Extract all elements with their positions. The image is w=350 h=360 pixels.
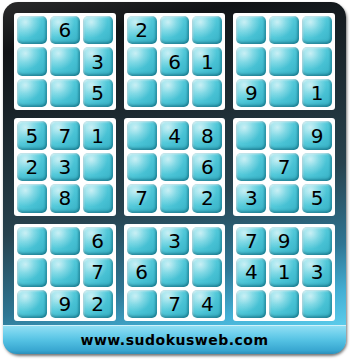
cell-r7c9[interactable]: [302, 227, 332, 255]
cell-r3c7[interactable]: 9: [236, 79, 266, 107]
cell-r5c6[interactable]: 6: [192, 153, 222, 181]
cell-r5c8[interactable]: 7: [269, 153, 299, 181]
cell-r9c8[interactable]: [269, 290, 299, 318]
cell-r3c6[interactable]: [192, 79, 222, 107]
cell-r5c3[interactable]: [83, 153, 113, 181]
cell-r2c6[interactable]: 1: [192, 47, 222, 75]
cell-r5c2[interactable]: 3: [50, 153, 80, 181]
cell-r1c4[interactable]: 2: [127, 16, 157, 44]
cell-r6c5[interactable]: [160, 184, 190, 212]
cell-r8c6[interactable]: [192, 258, 222, 286]
cell-r9c6[interactable]: 4: [192, 290, 222, 318]
cell-r7c4[interactable]: [127, 227, 157, 255]
cell-r6c2[interactable]: 8: [50, 184, 80, 212]
cell-r4c3[interactable]: 1: [83, 121, 113, 149]
sudoku-board: 635261915712384867297356792367479413: [14, 13, 335, 321]
box-1-2: 261: [124, 13, 226, 110]
cell-r3c4[interactable]: [127, 79, 157, 107]
box-1-3: 91: [233, 13, 335, 110]
cell-r8c5[interactable]: [160, 258, 190, 286]
cell-r4c9[interactable]: 9: [302, 121, 332, 149]
cell-r6c4[interactable]: 7: [127, 184, 157, 212]
cell-r8c9[interactable]: 3: [302, 258, 332, 286]
cell-r4c2[interactable]: 7: [50, 121, 80, 149]
cell-r1c9[interactable]: [302, 16, 332, 44]
cell-r1c2[interactable]: 6: [50, 16, 80, 44]
cell-r1c8[interactable]: [269, 16, 299, 44]
cell-r8c1[interactable]: [17, 258, 47, 286]
box-3-2: 3674: [124, 224, 226, 321]
cell-r7c8[interactable]: 9: [269, 227, 299, 255]
cell-r2c3[interactable]: 3: [83, 47, 113, 75]
cell-r6c8[interactable]: [269, 184, 299, 212]
cell-r3c9[interactable]: 1: [302, 79, 332, 107]
cell-r1c3[interactable]: [83, 16, 113, 44]
cell-r3c2[interactable]: [50, 79, 80, 107]
box-3-3: 79413: [233, 224, 335, 321]
cell-r1c5[interactable]: [160, 16, 190, 44]
cell-r3c3[interactable]: 5: [83, 79, 113, 107]
cell-r2c4[interactable]: [127, 47, 157, 75]
cell-r4c7[interactable]: [236, 121, 266, 149]
cell-r3c1[interactable]: [17, 79, 47, 107]
cell-r7c6[interactable]: [192, 227, 222, 255]
cell-r7c7[interactable]: 7: [236, 227, 266, 255]
cell-r6c7[interactable]: 3: [236, 184, 266, 212]
cell-r2c9[interactable]: [302, 47, 332, 75]
cell-r3c5[interactable]: [160, 79, 190, 107]
box-2-2: 48672: [124, 118, 226, 215]
box-1-1: 635: [14, 13, 116, 110]
cell-r4c8[interactable]: [269, 121, 299, 149]
cell-r5c1[interactable]: 2: [17, 153, 47, 181]
cell-r9c7[interactable]: [236, 290, 266, 318]
cell-r1c7[interactable]: [236, 16, 266, 44]
cell-r9c1[interactable]: [17, 290, 47, 318]
cell-r6c6[interactable]: 2: [192, 184, 222, 212]
footer-url: www.sudokusweb.com: [3, 325, 346, 354]
cell-r9c4[interactable]: [127, 290, 157, 318]
cell-r2c2[interactable]: [50, 47, 80, 75]
cell-r2c1[interactable]: [17, 47, 47, 75]
cell-r6c1[interactable]: [17, 184, 47, 212]
cell-r6c3[interactable]: [83, 184, 113, 212]
cell-r4c1[interactable]: 5: [17, 121, 47, 149]
cell-r7c3[interactable]: 6: [83, 227, 113, 255]
cell-r9c3[interactable]: 2: [83, 290, 113, 318]
cell-r8c3[interactable]: 7: [83, 258, 113, 286]
cell-r1c6[interactable]: [192, 16, 222, 44]
cell-r2c8[interactable]: [269, 47, 299, 75]
cell-r7c5[interactable]: 3: [160, 227, 190, 255]
cell-r7c2[interactable]: [50, 227, 80, 255]
cell-r1c1[interactable]: [17, 16, 47, 44]
cell-r9c5[interactable]: 7: [160, 290, 190, 318]
cell-r2c7[interactable]: [236, 47, 266, 75]
box-2-1: 571238: [14, 118, 116, 215]
cell-r8c4[interactable]: 6: [127, 258, 157, 286]
cell-r5c4[interactable]: [127, 153, 157, 181]
cell-r5c7[interactable]: [236, 153, 266, 181]
cell-r6c9[interactable]: 5: [302, 184, 332, 212]
cell-r3c8[interactable]: [269, 79, 299, 107]
cell-r2c5[interactable]: 6: [160, 47, 190, 75]
cell-r8c8[interactable]: 1: [269, 258, 299, 286]
cell-r5c5[interactable]: [160, 153, 190, 181]
box-3-1: 6792: [14, 224, 116, 321]
cell-r4c6[interactable]: 8: [192, 121, 222, 149]
cell-r5c9[interactable]: [302, 153, 332, 181]
cell-r7c1[interactable]: [17, 227, 47, 255]
cell-r8c7[interactable]: 4: [236, 258, 266, 286]
cell-r4c5[interactable]: 4: [160, 121, 190, 149]
box-2-3: 9735: [233, 118, 335, 215]
cell-r8c2[interactable]: [50, 258, 80, 286]
cell-r9c9[interactable]: [302, 290, 332, 318]
sudoku-frame: 635261915712384867297356792367479413 www…: [3, 2, 346, 354]
cell-r9c2[interactable]: 9: [50, 290, 80, 318]
cell-r4c4[interactable]: [127, 121, 157, 149]
